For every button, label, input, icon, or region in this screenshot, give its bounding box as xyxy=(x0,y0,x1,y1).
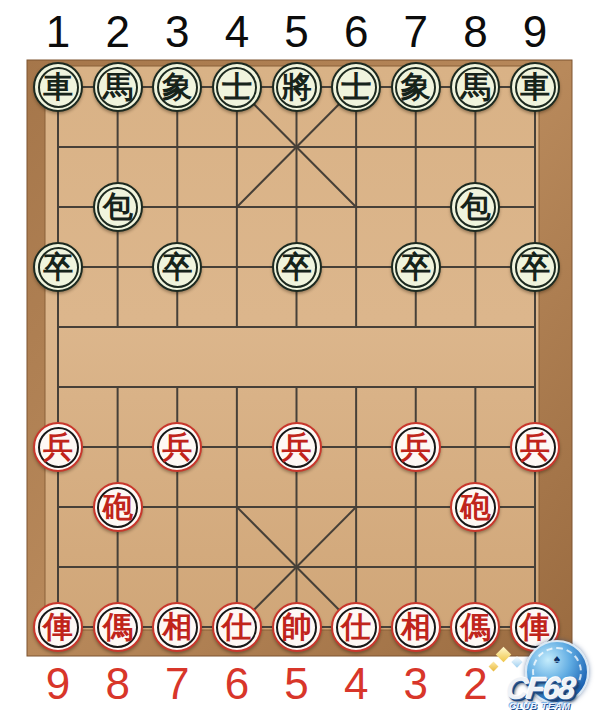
file-label-top-1: 1 xyxy=(46,10,70,54)
file-label-bottom-8: 8 xyxy=(105,662,129,706)
piece-red-advisor[interactable]: 仕 xyxy=(331,602,381,652)
piece-red-general[interactable]: 帥 xyxy=(272,602,322,652)
spade-icon: ♠ xyxy=(554,652,560,666)
piece-character: 傌 xyxy=(460,604,490,650)
piece-character: 相 xyxy=(162,604,192,650)
piece-black-general[interactable]: 將 xyxy=(272,62,322,112)
sparkle-icon xyxy=(489,662,499,672)
piece-black-advisor[interactable]: 士 xyxy=(331,62,381,112)
xiangqi-page: 123456789 98765432 車馬象士將士象馬車包包卒卒卒卒卒兵兵兵兵兵… xyxy=(0,0,600,717)
piece-character: 馬 xyxy=(460,64,490,110)
sparkle-icon xyxy=(496,647,512,663)
piece-black-advisor[interactable]: 士 xyxy=(212,62,262,112)
piece-red-horse[interactable]: 傌 xyxy=(93,602,143,652)
piece-black-horse[interactable]: 馬 xyxy=(93,62,143,112)
piece-character: 馬 xyxy=(103,64,133,110)
cf68-watermark: ♠ CF68 CLUB TEAM xyxy=(480,645,600,717)
file-label-top-9: 9 xyxy=(523,10,547,54)
piece-character: 俥 xyxy=(43,604,73,650)
piece-character: 士 xyxy=(222,64,252,110)
piece-black-soldier[interactable]: 卒 xyxy=(391,242,441,292)
piece-red-soldier[interactable]: 兵 xyxy=(272,422,322,472)
file-label-bottom-7: 7 xyxy=(165,662,189,706)
file-label-top-2: 2 xyxy=(105,10,129,54)
piece-character: 仕 xyxy=(222,604,252,650)
file-label-top-7: 7 xyxy=(404,10,428,54)
file-label-bottom-9: 9 xyxy=(46,662,70,706)
piece-character: 卒 xyxy=(401,244,431,290)
piece-character: 士 xyxy=(341,64,371,110)
piece-character: 象 xyxy=(162,64,192,110)
piece-character: 兵 xyxy=(520,424,550,470)
file-label-top-5: 5 xyxy=(284,10,308,54)
piece-black-soldier[interactable]: 卒 xyxy=(152,242,202,292)
piece-character: 卒 xyxy=(520,244,550,290)
piece-character: 車 xyxy=(43,64,73,110)
piece-character: 傌 xyxy=(103,604,133,650)
piece-red-soldier[interactable]: 兵 xyxy=(510,422,560,472)
file-label-top-3: 3 xyxy=(165,10,189,54)
piece-character: 砲 xyxy=(460,484,490,530)
piece-red-soldier[interactable]: 兵 xyxy=(391,422,441,472)
piece-character: 相 xyxy=(401,604,431,650)
piece-black-soldier[interactable]: 卒 xyxy=(33,242,83,292)
piece-red-cannon[interactable]: 砲 xyxy=(93,482,143,532)
file-label-bottom-3: 3 xyxy=(404,662,428,706)
piece-red-soldier[interactable]: 兵 xyxy=(152,422,202,472)
logo-subtext: CLUB TEAM xyxy=(480,701,600,711)
piece-black-chariot[interactable]: 車 xyxy=(510,62,560,112)
piece-black-soldier[interactable]: 卒 xyxy=(510,242,560,292)
file-label-top-4: 4 xyxy=(225,10,249,54)
piece-red-chariot[interactable]: 俥 xyxy=(33,602,83,652)
piece-character: 象 xyxy=(401,64,431,110)
piece-black-elephant[interactable]: 象 xyxy=(391,62,441,112)
file-label-top-6: 6 xyxy=(344,10,368,54)
piece-character: 兵 xyxy=(162,424,192,470)
piece-red-elephant[interactable]: 相 xyxy=(152,602,202,652)
piece-character: 包 xyxy=(103,184,133,230)
piece-black-cannon[interactable]: 包 xyxy=(93,182,143,232)
file-label-bottom-5: 5 xyxy=(284,662,308,706)
piece-red-advisor[interactable]: 仕 xyxy=(212,602,262,652)
piece-character: 包 xyxy=(460,184,490,230)
piece-character: 兵 xyxy=(43,424,73,470)
piece-character: 卒 xyxy=(43,244,73,290)
piece-black-chariot[interactable]: 車 xyxy=(33,62,83,112)
piece-black-soldier[interactable]: 卒 xyxy=(272,242,322,292)
piece-character: 帥 xyxy=(282,604,312,650)
piece-red-soldier[interactable]: 兵 xyxy=(33,422,83,472)
file-label-top-8: 8 xyxy=(463,10,487,54)
piece-character: 兵 xyxy=(282,424,312,470)
file-label-bottom-4: 4 xyxy=(344,662,368,706)
piece-character: 車 xyxy=(520,64,550,110)
piece-character: 仕 xyxy=(341,604,371,650)
piece-character: 卒 xyxy=(162,244,192,290)
sparkle-icon xyxy=(511,656,522,667)
piece-character: 砲 xyxy=(103,484,133,530)
file-label-bottom-6: 6 xyxy=(225,662,249,706)
piece-character: 卒 xyxy=(282,244,312,290)
piece-character: 將 xyxy=(282,64,312,110)
piece-character: 兵 xyxy=(401,424,431,470)
piece-red-elephant[interactable]: 相 xyxy=(391,602,441,652)
piece-black-elephant[interactable]: 象 xyxy=(152,62,202,112)
